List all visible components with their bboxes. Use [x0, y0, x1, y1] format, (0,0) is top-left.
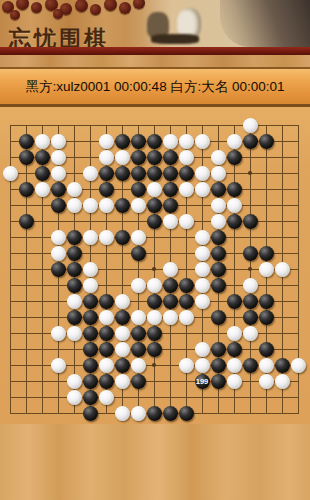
black-stone: [259, 134, 274, 149]
white-stone: [115, 406, 130, 421]
black-stone: [131, 374, 146, 389]
black-stone: [227, 214, 242, 229]
black-stone: [51, 198, 66, 213]
white-stone: [179, 214, 194, 229]
white-stone: [67, 198, 82, 213]
black-stone: [211, 310, 226, 325]
black-stone: [211, 358, 226, 373]
go-board[interactable]: 199: [0, 107, 310, 424]
players-and-clocks-text: 黑方:xulz0001 00:00:48 白方:大名 00:00:01: [0, 69, 310, 104]
white-stone: [51, 246, 66, 261]
white-stone: [99, 390, 114, 405]
black-stone: [227, 342, 242, 357]
black-stone: [147, 166, 162, 181]
black-stone: [83, 310, 98, 325]
white-stone: [195, 278, 210, 293]
white-stone: [259, 374, 274, 389]
white-stone: [243, 118, 258, 133]
white-stone: [51, 230, 66, 245]
red-divider-bar: [0, 47, 310, 55]
black-stone: [83, 342, 98, 357]
black-stone: [83, 406, 98, 421]
black-stone: [211, 230, 226, 245]
white-stone: [227, 326, 242, 341]
black-stone: [147, 198, 162, 213]
black-stone: [227, 150, 242, 165]
white-stone: [99, 310, 114, 325]
white-stone: [99, 134, 114, 149]
black-stone: [259, 294, 274, 309]
white-stone: [227, 358, 242, 373]
header: 忘忧围棋: [0, 0, 310, 47]
black-stone: [51, 182, 66, 197]
black-stone: [163, 150, 178, 165]
white-stone: [195, 294, 210, 309]
go-table: [151, 34, 199, 44]
white-stone: [131, 278, 146, 293]
black-stone: [211, 374, 226, 389]
white-stone: [67, 294, 82, 309]
black-stone: [35, 166, 50, 181]
white-stone: [115, 150, 130, 165]
black-stone: [115, 134, 130, 149]
black-stone: [147, 294, 162, 309]
white-stone: [259, 262, 274, 277]
white-stone: [99, 358, 114, 373]
black-stone: [243, 310, 258, 325]
black-stone: [243, 134, 258, 149]
black-stone: [115, 230, 130, 245]
black-stone: [35, 150, 50, 165]
white-stone: [211, 150, 226, 165]
black-stone: [179, 294, 194, 309]
black-stone: [147, 134, 162, 149]
white-stone: [67, 374, 82, 389]
white-stone: [51, 358, 66, 373]
white-stone: [195, 134, 210, 149]
white-stone: [163, 134, 178, 149]
black-stone: [163, 294, 178, 309]
black-stone: [163, 278, 178, 293]
white-stone: [163, 310, 178, 325]
white-stone: [99, 150, 114, 165]
black-stone: [227, 294, 242, 309]
mountain-rocks-art: [220, 0, 310, 47]
app-title: 忘忧围棋: [9, 24, 109, 47]
black-stone: [131, 246, 146, 261]
white-stone: [51, 134, 66, 149]
white-stone: [195, 230, 210, 245]
black-stone: [115, 166, 130, 181]
black-stone: [179, 278, 194, 293]
white-stone: [131, 406, 146, 421]
black-stone: [147, 342, 162, 357]
white-stone: [99, 198, 114, 213]
black-stone: [115, 358, 130, 373]
white-stone: [131, 310, 146, 325]
black-stone: [243, 214, 258, 229]
black-stone: [147, 214, 162, 229]
white-stone: [131, 230, 146, 245]
white-stone: [51, 166, 66, 181]
white-stone: [67, 326, 82, 341]
white-stone: [115, 374, 130, 389]
black-stone: [67, 230, 82, 245]
black-stone: [163, 198, 178, 213]
white-stone: [195, 342, 210, 357]
black-stone: [99, 374, 114, 389]
white-stone: [99, 230, 114, 245]
star-point: [152, 267, 156, 271]
black-stone: [179, 406, 194, 421]
black-stone: [163, 166, 178, 181]
white-stone: [195, 246, 210, 261]
black-stone: [259, 246, 274, 261]
black-stone: [131, 134, 146, 149]
black-stone: [83, 390, 98, 405]
black-stone: [115, 310, 130, 325]
white-stone: [83, 230, 98, 245]
white-stone: [195, 182, 210, 197]
black-stone: [211, 278, 226, 293]
white-stone: [227, 374, 242, 389]
black-stone: [227, 182, 242, 197]
black-stone: [147, 150, 162, 165]
black-stone: [19, 182, 34, 197]
white-stone: [179, 182, 194, 197]
grid-line: [10, 381, 299, 382]
black-stone: [99, 342, 114, 357]
white-stone: [179, 134, 194, 149]
white-stone: [179, 358, 194, 373]
black-stone: [67, 262, 82, 277]
white-stone: [3, 166, 18, 181]
black-stone: [131, 342, 146, 357]
black-stone: [243, 246, 258, 261]
white-stone: [51, 150, 66, 165]
white-stone: [163, 214, 178, 229]
black-stone: [67, 278, 82, 293]
white-stone: [211, 214, 226, 229]
status-bar: 黑方:xulz0001 00:00:48 白方:大名 00:00:01: [0, 67, 310, 107]
black-stone: [99, 326, 114, 341]
black-stone: [163, 182, 178, 197]
white-stone: [275, 374, 290, 389]
white-stone: [195, 166, 210, 181]
black-stone: [131, 182, 146, 197]
black-stone: [83, 358, 98, 373]
black-stone: [99, 182, 114, 197]
black-stone: [99, 166, 114, 181]
white-stone: [35, 134, 50, 149]
black-stone: [275, 358, 290, 373]
black-stone: [211, 342, 226, 357]
black-stone: [67, 310, 82, 325]
white-stone: [179, 150, 194, 165]
white-stone: [83, 278, 98, 293]
black-stone: [51, 262, 66, 277]
white-stone: [131, 198, 146, 213]
black-stone: [195, 374, 210, 389]
black-stone: [19, 214, 34, 229]
white-stone: [83, 262, 98, 277]
app-frame: 忘忧围棋 黑方:xulz0001 00:00:48 白方:大名 00:00:01…: [0, 0, 310, 500]
black-stone: [131, 326, 146, 341]
white-stone: [227, 134, 242, 149]
star-point: [152, 363, 156, 367]
black-stone: [115, 198, 130, 213]
black-stone: [83, 294, 98, 309]
white-stone: [243, 326, 258, 341]
black-stone: [83, 374, 98, 389]
white-stone: [115, 326, 130, 341]
white-stone: [115, 342, 130, 357]
white-stone: [227, 198, 242, 213]
black-stone: [99, 294, 114, 309]
black-stone: [147, 406, 162, 421]
white-stone: [211, 198, 226, 213]
black-stone: [211, 182, 226, 197]
white-stone: [211, 166, 226, 181]
white-stone: [115, 294, 130, 309]
black-stone: [243, 358, 258, 373]
black-stone: [259, 310, 274, 325]
grid-line: [10, 397, 299, 398]
white-stone: [67, 182, 82, 197]
black-stone: [211, 262, 226, 277]
black-stone: [131, 166, 146, 181]
black-stone: [67, 246, 82, 261]
black-stone: [131, 150, 146, 165]
white-stone: [147, 182, 162, 197]
black-stone: [259, 342, 274, 357]
black-stone: [243, 294, 258, 309]
white-stone: [243, 278, 258, 293]
star-point: [248, 267, 252, 271]
white-stone: [147, 310, 162, 325]
white-stone: [67, 390, 82, 405]
black-stone: [147, 326, 162, 341]
white-stone: [131, 358, 146, 373]
white-stone: [83, 198, 98, 213]
white-stone: [147, 278, 162, 293]
black-stone: [179, 166, 194, 181]
black-stone: [163, 406, 178, 421]
white-stone: [195, 262, 210, 277]
white-stone: [83, 166, 98, 181]
white-stone: [195, 358, 210, 373]
white-stone: [163, 262, 178, 277]
white-stone: [51, 326, 66, 341]
black-stone: [211, 246, 226, 261]
black-stone: [19, 134, 34, 149]
white-stone: [291, 358, 306, 373]
white-stone: [179, 310, 194, 325]
white-stone: [259, 358, 274, 373]
black-stone: [19, 150, 34, 165]
star-point: [248, 171, 252, 175]
black-stone: [83, 326, 98, 341]
toolbar: [0, 424, 310, 500]
white-stone: [275, 262, 290, 277]
white-stone: [35, 182, 50, 197]
